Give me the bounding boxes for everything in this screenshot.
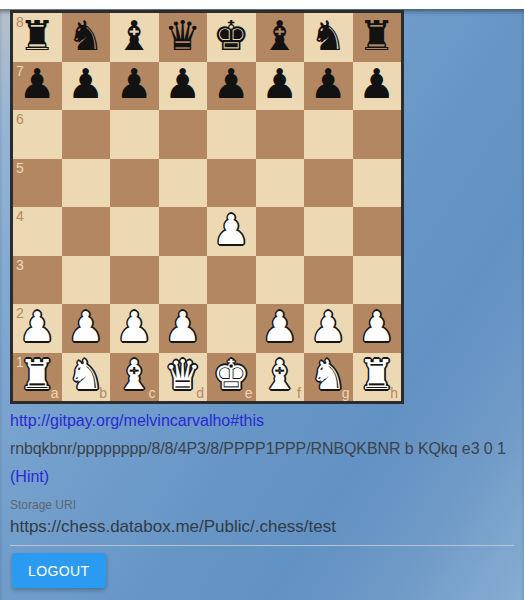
square-a8[interactable]: 8♜ <box>13 13 62 62</box>
square-h1[interactable]: h♜ <box>353 353 402 402</box>
black-rook: ♜ <box>358 16 395 57</box>
square-e3[interactable] <box>207 256 256 305</box>
black-pawn: ♟ <box>67 64 104 105</box>
square-e1[interactable]: e♚ <box>207 353 256 402</box>
rank-label-2: 2 <box>16 306 24 320</box>
square-d5[interactable] <box>159 159 208 208</box>
square-g7[interactable]: ♟ <box>304 62 353 111</box>
file-label-g: g <box>342 386 350 400</box>
black-pawn: ♟ <box>213 64 250 105</box>
square-c5[interactable] <box>110 159 159 208</box>
square-d6[interactable] <box>159 110 208 159</box>
square-f5[interactable] <box>256 159 305 208</box>
file-label-b: b <box>99 386 107 400</box>
square-d1[interactable]: d♛ <box>159 353 208 402</box>
square-a6[interactable]: 6 <box>13 110 62 159</box>
file-label-a: a <box>51 386 59 400</box>
square-a5[interactable]: 5 <box>13 159 62 208</box>
black-pawn: ♟ <box>19 64 56 105</box>
black-pawn: ♟ <box>164 64 201 105</box>
file-label-h: h <box>390 386 398 400</box>
square-c8[interactable]: ♝ <box>110 13 159 62</box>
square-h3[interactable] <box>353 256 402 305</box>
square-f2[interactable]: ♟ <box>256 304 305 353</box>
black-knight: ♞ <box>310 16 347 57</box>
square-b4[interactable] <box>62 207 111 256</box>
square-h2[interactable]: ♟ <box>353 304 402 353</box>
white-pawn: ♟ <box>213 210 250 251</box>
square-c2[interactable]: ♟ <box>110 304 159 353</box>
square-g1[interactable]: g♞ <box>304 353 353 402</box>
square-d7[interactable]: ♟ <box>159 62 208 111</box>
black-queen: ♛ <box>164 16 201 57</box>
white-pawn: ♟ <box>261 307 298 348</box>
square-f3[interactable] <box>256 256 305 305</box>
square-d4[interactable] <box>159 207 208 256</box>
square-a2[interactable]: 2♟ <box>13 304 62 353</box>
square-g3[interactable] <box>304 256 353 305</box>
storage-uri-label: Storage URI <box>10 498 514 512</box>
white-pawn: ♟ <box>164 307 201 348</box>
chess-board: 8♜♞♝♛♚♝♞♜7♟♟♟♟♟♟♟♟654♟32♟♟♟♟♟♟♟1a♜b♞c♝d♛… <box>10 10 404 404</box>
black-king: ♚ <box>213 16 250 57</box>
square-e2[interactable] <box>207 304 256 353</box>
square-e5[interactable] <box>207 159 256 208</box>
square-e8[interactable]: ♚ <box>207 13 256 62</box>
square-c4[interactable] <box>110 207 159 256</box>
square-c1[interactable]: c♝ <box>110 353 159 402</box>
square-e7[interactable]: ♟ <box>207 62 256 111</box>
info-text-block: http://gitpay.org/melvincarvalho#this rn… <box>10 407 516 491</box>
square-f4[interactable] <box>256 207 305 256</box>
rank-label-7: 7 <box>16 64 24 78</box>
rank-label-1: 1 <box>16 355 24 369</box>
white-pawn: ♟ <box>116 307 153 348</box>
square-b5[interactable] <box>62 159 111 208</box>
hint-link[interactable]: (Hint) <box>10 463 516 491</box>
square-g8[interactable]: ♞ <box>304 13 353 62</box>
white-pawn: ♟ <box>358 307 395 348</box>
square-a3[interactable]: 3 <box>13 256 62 305</box>
black-pawn: ♟ <box>261 64 298 105</box>
file-label-f: f <box>297 386 301 400</box>
white-bishop: ♝ <box>116 355 153 396</box>
profile-link[interactable]: http://gitpay.org/melvincarvalho#this <box>10 407 516 435</box>
storage-uri-input[interactable] <box>10 515 514 546</box>
file-label-d: d <box>196 386 204 400</box>
square-f8[interactable]: ♝ <box>256 13 305 62</box>
square-e6[interactable] <box>207 110 256 159</box>
square-c6[interactable] <box>110 110 159 159</box>
square-g6[interactable] <box>304 110 353 159</box>
square-g2[interactable]: ♟ <box>304 304 353 353</box>
square-b7[interactable]: ♟ <box>62 62 111 111</box>
black-pawn: ♟ <box>116 64 153 105</box>
black-bishop: ♝ <box>116 16 153 57</box>
square-a7[interactable]: 7♟ <box>13 62 62 111</box>
square-h6[interactable] <box>353 110 402 159</box>
square-d2[interactable]: ♟ <box>159 304 208 353</box>
square-d8[interactable]: ♛ <box>159 13 208 62</box>
black-bishop: ♝ <box>261 16 298 57</box>
square-f6[interactable] <box>256 110 305 159</box>
square-f7[interactable]: ♟ <box>256 62 305 111</box>
chess-app: 8♜♞♝♛♚♝♞♜7♟♟♟♟♟♟♟♟654♟32♟♟♟♟♟♟♟1a♜b♞c♝d♛… <box>0 0 524 600</box>
white-pawn: ♟ <box>67 307 104 348</box>
rank-label-6: 6 <box>16 112 24 126</box>
square-f1[interactable]: f♝ <box>256 353 305 402</box>
white-pawn: ♟ <box>19 307 56 348</box>
logout-button[interactable]: LOGOUT <box>12 553 106 588</box>
square-b6[interactable] <box>62 110 111 159</box>
square-h5[interactable] <box>353 159 402 208</box>
file-label-c: c <box>149 386 156 400</box>
square-b2[interactable]: ♟ <box>62 304 111 353</box>
file-label-e: e <box>245 386 253 400</box>
square-b3[interactable] <box>62 256 111 305</box>
black-pawn: ♟ <box>358 64 395 105</box>
rank-label-3: 3 <box>16 258 24 272</box>
square-b8[interactable]: ♞ <box>62 13 111 62</box>
rank-label-8: 8 <box>16 15 24 29</box>
square-a1[interactable]: 1a♜ <box>13 353 62 402</box>
black-rook: ♜ <box>19 16 56 57</box>
square-h8[interactable]: ♜ <box>353 13 402 62</box>
square-c3[interactable] <box>110 256 159 305</box>
black-knight: ♞ <box>67 16 104 57</box>
white-pawn: ♟ <box>310 307 347 348</box>
black-pawn: ♟ <box>310 64 347 105</box>
storage-uri-field: Storage URI <box>10 498 514 546</box>
square-c7[interactable]: ♟ <box>110 62 159 111</box>
rank-label-5: 5 <box>16 161 24 175</box>
square-d3[interactable] <box>159 256 208 305</box>
white-bishop: ♝ <box>261 355 298 396</box>
square-g5[interactable] <box>304 159 353 208</box>
square-h7[interactable]: ♟ <box>353 62 402 111</box>
square-e4[interactable]: ♟ <box>207 207 256 256</box>
square-a4[interactable]: 4 <box>13 207 62 256</box>
square-h4[interactable] <box>353 207 402 256</box>
fen-text: rnbqkbnr/pppppppp/8/8/4P3/8/PPPP1PPP/RNB… <box>10 435 516 463</box>
rank-label-4: 4 <box>16 209 24 223</box>
square-g4[interactable] <box>304 207 353 256</box>
square-b1[interactable]: b♞ <box>62 353 111 402</box>
